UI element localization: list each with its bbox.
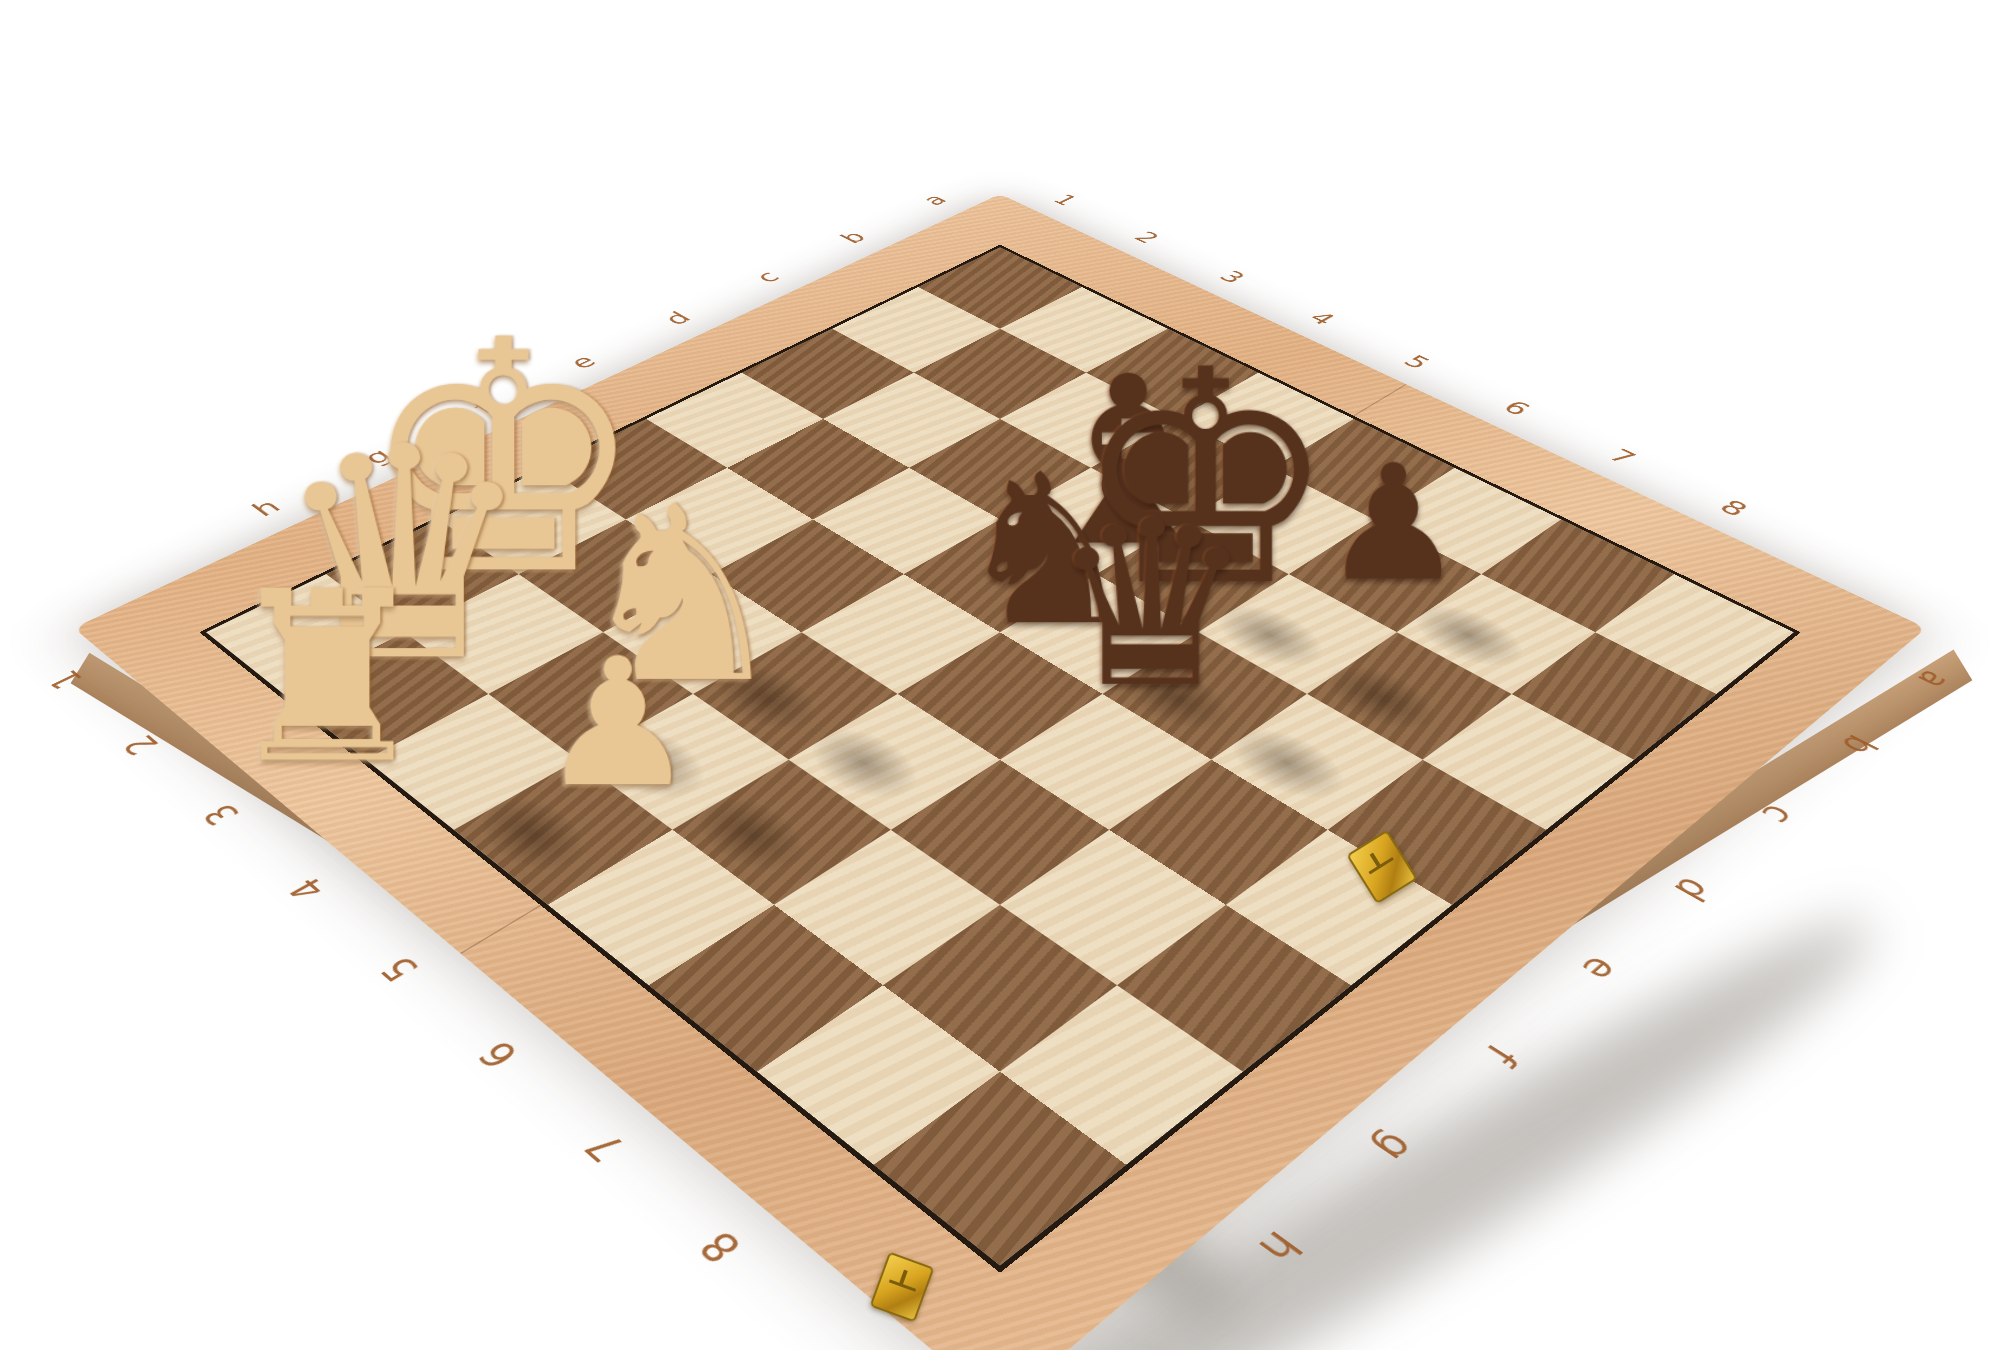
coordinate-label-c: c — [701, 244, 836, 312]
chess-board-3d: abcdefgh 12345678 abcdefgh 12345678 ♟♝♚♞… — [74, 194, 1927, 1350]
white-rook-h4[interactable]: ♜ — [222, 560, 433, 795]
square-h5[interactable] — [548, 830, 774, 985]
black-pawn-b7[interactable]: ♟ — [1322, 443, 1465, 603]
board-frame: abcdefgh 12345678 abcdefgh 12345678 ♟♝♚♞… — [74, 194, 1927, 1350]
chessboard-photo: { "game": "chess", "scene": "overhead co… — [0, 0, 2000, 1350]
square-h6[interactable] — [649, 905, 883, 1072]
coordinate-label-b: b — [787, 206, 919, 270]
black-queen-d7[interactable]: ♛ — [1049, 490, 1255, 720]
coordinate-label-a: a — [870, 170, 1000, 231]
white-pawn-g5[interactable]: ♟ — [539, 634, 698, 811]
square-e8[interactable] — [1226, 830, 1452, 985]
